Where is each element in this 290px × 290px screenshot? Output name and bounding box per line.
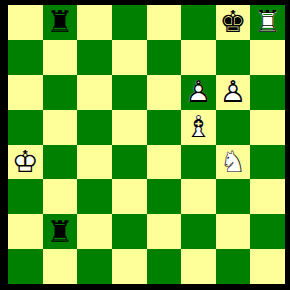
square-e1[interactable] bbox=[147, 249, 182, 284]
piece-white-pawn: ♟♙ bbox=[220, 77, 247, 107]
piece-white-pawn: ♟♙ bbox=[185, 77, 212, 107]
piece-white-knight: ♞♘ bbox=[220, 147, 247, 177]
square-h5[interactable] bbox=[250, 110, 285, 145]
square-g4[interactable]: ♞♘ bbox=[216, 145, 251, 180]
square-e7[interactable] bbox=[147, 40, 182, 75]
square-c5[interactable] bbox=[77, 110, 112, 145]
square-d6[interactable] bbox=[112, 75, 147, 110]
square-f5[interactable]: ♝♗ bbox=[181, 110, 216, 145]
piece-black-king: ♚ bbox=[220, 7, 247, 37]
square-d8[interactable] bbox=[112, 5, 147, 40]
square-h8[interactable]: ♜♖ bbox=[250, 5, 285, 40]
square-a3[interactable] bbox=[8, 179, 43, 214]
square-h6[interactable] bbox=[250, 75, 285, 110]
square-e2[interactable] bbox=[147, 214, 182, 249]
square-g7[interactable] bbox=[216, 40, 251, 75]
square-a1[interactable] bbox=[8, 249, 43, 284]
square-c1[interactable] bbox=[77, 249, 112, 284]
square-f3[interactable] bbox=[181, 179, 216, 214]
square-f1[interactable] bbox=[181, 249, 216, 284]
square-f2[interactable] bbox=[181, 214, 216, 249]
square-h4[interactable] bbox=[250, 145, 285, 180]
square-g1[interactable] bbox=[216, 249, 251, 284]
square-c4[interactable] bbox=[77, 145, 112, 180]
square-f7[interactable] bbox=[181, 40, 216, 75]
piece-white-king: ♚♔ bbox=[12, 147, 39, 177]
square-b8[interactable]: ♜ bbox=[43, 5, 78, 40]
square-a7[interactable] bbox=[8, 40, 43, 75]
chess-board: ♜♚♜♖♟♙♟♙♝♗♚♔♞♘♜ bbox=[8, 5, 285, 284]
square-e4[interactable] bbox=[147, 145, 182, 180]
square-a4[interactable]: ♚♔ bbox=[8, 145, 43, 180]
square-g8[interactable]: ♚ bbox=[216, 5, 251, 40]
square-a6[interactable] bbox=[8, 75, 43, 110]
square-d1[interactable] bbox=[112, 249, 147, 284]
square-b1[interactable] bbox=[43, 249, 78, 284]
square-a8[interactable] bbox=[8, 5, 43, 40]
square-g2[interactable] bbox=[216, 214, 251, 249]
square-c2[interactable] bbox=[77, 214, 112, 249]
square-h2[interactable] bbox=[250, 214, 285, 249]
square-g6[interactable]: ♟♙ bbox=[216, 75, 251, 110]
square-a2[interactable] bbox=[8, 214, 43, 249]
square-f6[interactable]: ♟♙ bbox=[181, 75, 216, 110]
square-b4[interactable] bbox=[43, 145, 78, 180]
square-b6[interactable] bbox=[43, 75, 78, 110]
square-e5[interactable] bbox=[147, 110, 182, 145]
square-d2[interactable] bbox=[112, 214, 147, 249]
square-f8[interactable] bbox=[181, 5, 216, 40]
square-h1[interactable] bbox=[250, 249, 285, 284]
square-c7[interactable] bbox=[77, 40, 112, 75]
square-d7[interactable] bbox=[112, 40, 147, 75]
square-d5[interactable] bbox=[112, 110, 147, 145]
square-d3[interactable] bbox=[112, 179, 147, 214]
square-a5[interactable] bbox=[8, 110, 43, 145]
piece-black-rook: ♜ bbox=[46, 217, 73, 247]
square-e8[interactable] bbox=[147, 5, 182, 40]
square-f4[interactable] bbox=[181, 145, 216, 180]
square-e3[interactable] bbox=[147, 179, 182, 214]
square-b3[interactable] bbox=[43, 179, 78, 214]
piece-black-rook: ♜ bbox=[46, 7, 73, 37]
square-c6[interactable] bbox=[77, 75, 112, 110]
square-h3[interactable] bbox=[250, 179, 285, 214]
square-b7[interactable] bbox=[43, 40, 78, 75]
square-b2[interactable]: ♜ bbox=[43, 214, 78, 249]
square-e6[interactable] bbox=[147, 75, 182, 110]
piece-white-bishop: ♝♗ bbox=[185, 112, 212, 142]
square-g5[interactable] bbox=[216, 110, 251, 145]
square-g3[interactable] bbox=[216, 179, 251, 214]
piece-white-rook: ♜♖ bbox=[254, 7, 281, 37]
square-c3[interactable] bbox=[77, 179, 112, 214]
square-h7[interactable] bbox=[250, 40, 285, 75]
square-b5[interactable] bbox=[43, 110, 78, 145]
square-c8[interactable] bbox=[77, 5, 112, 40]
square-d4[interactable] bbox=[112, 145, 147, 180]
chess-app-window: ♜♚♜♖♟♙♟♙♝♗♚♔♞♘♜ bbox=[0, 0, 290, 290]
